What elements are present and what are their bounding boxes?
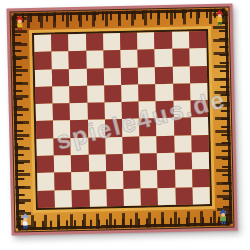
jester-icon [214,10,226,26]
flame-ornament-left [12,15,32,228]
square-r9c8 [158,170,176,188]
square-r8c1 [37,156,55,174]
square-r7c6 [122,136,140,154]
corner-figure-top-right [214,10,226,26]
square-r4c3 [70,86,88,104]
square-r5c2 [53,103,71,121]
square-r10c4 [89,189,107,207]
corner-figure-bottom-right [217,209,229,225]
square-r6c10 [191,118,209,136]
square-r5c7 [139,101,157,119]
square-r1c4 [86,33,104,51]
figure-icon [217,209,229,225]
square-r2c7 [138,50,156,68]
square-r8c3 [71,155,89,173]
flame-ornament-right [213,11,233,224]
square-r8c5 [106,154,124,172]
square-r3c6 [121,67,139,85]
square-r1c1 [34,35,52,53]
square-r9c10 [192,169,210,187]
square-r4c10 [190,83,208,101]
square-r2c9 [172,49,190,67]
square-r1c5 [103,33,121,51]
square-r5c6 [122,102,140,120]
square-r3c4 [86,68,104,86]
game-board: spiele4us.de [6,3,237,235]
square-r1c2 [51,34,69,52]
figure-icon [19,213,31,229]
square-r10c5 [106,189,124,207]
square-r9c5 [106,171,124,189]
square-r7c10 [191,135,209,153]
square-r2c3 [69,51,87,69]
square-r1c6 [120,33,138,51]
square-r8c10 [192,152,210,170]
square-r10c3 [72,189,90,207]
square-r7c9 [174,135,192,153]
square-r6c4 [88,120,106,138]
square-r5c8 [156,101,174,119]
square-r4c1 [35,86,53,104]
square-r2c6 [120,50,138,68]
square-r6c7 [139,119,157,137]
square-r4c6 [121,85,139,103]
square-r8c8 [157,153,175,171]
square-r5c4 [87,103,105,121]
square-r10c8 [158,187,176,205]
square-r7c4 [88,137,106,155]
square-r7c7 [140,136,158,154]
square-r1c3 [68,34,86,52]
square-r8c7 [140,153,158,171]
square-r3c5 [104,68,122,86]
square-r1c9 [172,31,190,49]
play-area [32,29,212,210]
square-r10c10 [192,187,210,205]
corner-figure-bottom-left [19,213,31,229]
square-r5c1 [36,104,54,122]
square-r9c4 [89,172,107,190]
decorative-border [10,7,235,233]
square-r3c8 [155,66,173,84]
square-r2c4 [86,51,104,69]
square-r9c1 [37,173,55,191]
square-r10c9 [175,187,193,205]
square-r4c9 [173,83,191,101]
square-r3c9 [172,66,190,84]
square-r4c2 [52,86,70,104]
square-r2c1 [34,52,52,70]
square-r4c8 [156,84,174,102]
square-r4c7 [138,84,156,102]
square-r10c7 [141,188,159,206]
square-r3c1 [35,69,53,87]
flame-ornament-top [14,9,226,29]
jester-icon [14,15,26,31]
square-r4c4 [87,85,105,103]
square-r8c9 [174,153,192,171]
square-r5c5 [104,102,122,120]
square-r3c2 [52,69,70,87]
square-r2c8 [155,49,173,67]
square-r1c7 [137,32,155,50]
corner-figure-top-left [14,15,26,31]
square-r10c1 [38,190,56,208]
square-r3c10 [190,66,208,84]
square-r10c6 [124,188,142,206]
square-r8c4 [88,154,106,172]
square-r9c3 [72,172,90,190]
square-r6c8 [156,118,174,136]
square-r7c5 [105,137,123,155]
square-r5c9 [173,101,191,119]
square-r7c2 [54,138,72,156]
page-background: spiele4us.de [0,0,250,250]
square-r1c8 [154,32,172,50]
square-r3c3 [69,68,87,86]
square-r6c3 [70,120,88,138]
square-r4c5 [104,85,122,103]
square-r8c6 [123,154,141,172]
square-r5c10 [190,100,208,118]
square-r2c10 [189,48,207,66]
square-r2c5 [103,50,121,68]
square-r7c8 [157,136,175,154]
square-r6c2 [53,121,71,139]
square-r2c2 [52,51,70,69]
square-r8c2 [54,155,72,173]
square-r10c2 [55,190,73,208]
square-r1c10 [189,31,207,49]
square-r7c1 [36,138,54,156]
square-r9c9 [175,170,193,188]
square-r5c3 [70,103,88,121]
flame-ornament-bottom [18,211,230,231]
square-r9c2 [54,173,72,191]
square-r9c6 [123,171,141,189]
square-r6c1 [36,121,54,139]
square-r6c9 [174,118,192,136]
square-r6c5 [105,119,123,137]
square-r7c3 [71,138,89,156]
square-r6c6 [122,119,140,137]
square-r3c7 [138,67,156,85]
square-r9c7 [140,171,158,189]
